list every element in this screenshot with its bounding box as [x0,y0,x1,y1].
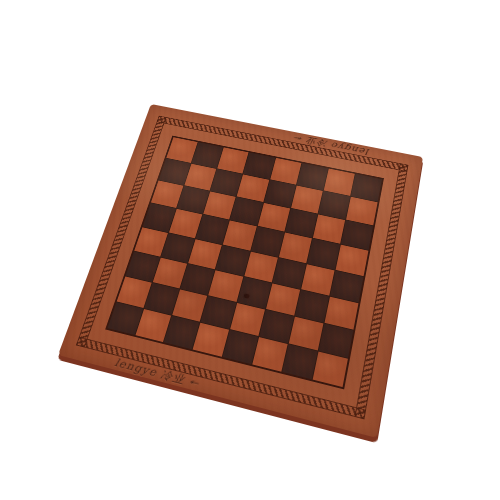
brand-text-bottom: lengye 冷业 ↞ [113,356,202,391]
brand-text-top: lengye 冷业 ↞ [292,132,371,157]
product-photo: lengye 冷业 ↞ lengye 冷业 ↞ [0,0,500,500]
square-g1 [282,344,317,379]
square-h1 [313,351,348,387]
board-grid [105,136,384,390]
chess-board: lengye 冷业 ↞ lengye 冷业 ↞ [58,104,423,438]
